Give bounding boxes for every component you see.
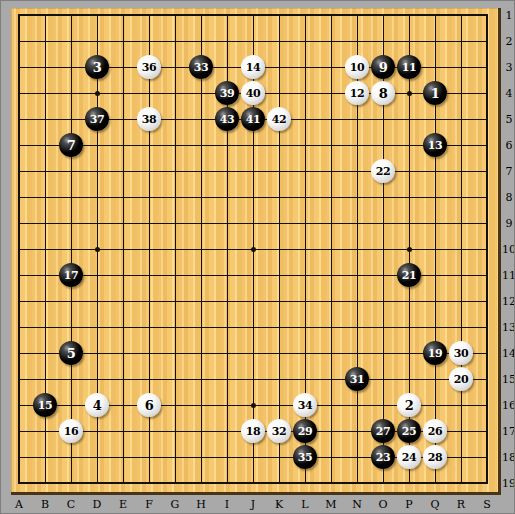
stone-1-black-Q4: 1 bbox=[423, 81, 447, 105]
stone-6-white-F16: 6 bbox=[137, 393, 161, 417]
star-point-J10 bbox=[251, 247, 256, 252]
column-label-N: N bbox=[349, 498, 365, 511]
stone-16-white-C17: 16 bbox=[59, 419, 83, 443]
stone-19-black-Q14: 19 bbox=[423, 341, 447, 365]
row-label-13: 13 bbox=[502, 321, 515, 334]
row-label-5: 5 bbox=[502, 113, 515, 126]
row-label-10: 10 bbox=[502, 243, 515, 256]
stone-27-black-O17: 27 bbox=[371, 419, 395, 443]
row-label-19: 19 bbox=[502, 477, 515, 490]
column-label-O: O bbox=[375, 498, 391, 511]
row-label-12: 12 bbox=[502, 295, 515, 308]
stone-14-white-J3: 14 bbox=[241, 55, 265, 79]
column-label-K: K bbox=[271, 498, 287, 511]
stone-43-black-I5: 43 bbox=[215, 107, 239, 131]
stone-23-black-O18: 23 bbox=[371, 445, 395, 469]
stone-33-black-H3: 33 bbox=[189, 55, 213, 79]
stone-28-white-Q18: 28 bbox=[423, 445, 447, 469]
stone-37-black-D5: 37 bbox=[85, 107, 109, 131]
star-point-D10 bbox=[95, 247, 100, 252]
row-label-6: 6 bbox=[502, 139, 515, 152]
stone-8-white-O4: 8 bbox=[371, 81, 395, 105]
row-label-8: 8 bbox=[502, 191, 515, 204]
column-label-A: A bbox=[11, 498, 27, 511]
star-point-J16 bbox=[251, 403, 256, 408]
column-label-M: M bbox=[323, 498, 339, 511]
stone-39-black-I4: 39 bbox=[215, 81, 239, 105]
grid-line-vertical bbox=[461, 15, 462, 483]
stone-34-white-L16: 34 bbox=[293, 393, 317, 417]
stone-4-white-D16: 4 bbox=[85, 393, 109, 417]
column-label-Q: Q bbox=[427, 498, 443, 511]
stone-20-white-R15: 20 bbox=[449, 367, 473, 391]
stone-42-white-K5: 42 bbox=[267, 107, 291, 131]
stone-24-white-P18: 24 bbox=[397, 445, 421, 469]
column-label-G: G bbox=[167, 498, 183, 511]
stone-12-white-N4: 12 bbox=[345, 81, 369, 105]
stone-9-black-O3: 9 bbox=[371, 55, 395, 79]
stone-30-white-R14: 30 bbox=[449, 341, 473, 365]
grid-line-horizontal bbox=[19, 379, 487, 380]
row-label-18: 18 bbox=[502, 451, 515, 464]
stone-2-white-P16: 2 bbox=[397, 393, 421, 417]
row-label-17: 17 bbox=[502, 425, 515, 438]
row-label-9: 9 bbox=[502, 217, 515, 230]
stone-3-black-D3: 3 bbox=[85, 55, 109, 79]
stone-25-black-P17: 25 bbox=[397, 419, 421, 443]
row-label-16: 16 bbox=[502, 399, 515, 412]
stone-13-black-Q6: 13 bbox=[423, 133, 447, 157]
column-label-J: J bbox=[245, 498, 261, 511]
column-label-P: P bbox=[401, 498, 417, 511]
grid-line-vertical bbox=[331, 15, 332, 483]
grid-line-horizontal bbox=[19, 327, 487, 328]
column-label-C: C bbox=[63, 498, 79, 511]
row-label-1: 1 bbox=[502, 9, 515, 22]
star-point-P10 bbox=[407, 247, 412, 252]
column-label-L: L bbox=[297, 498, 313, 511]
stone-7-black-C6: 7 bbox=[59, 133, 83, 157]
star-point-P4 bbox=[407, 91, 412, 96]
stone-38-white-F5: 38 bbox=[137, 107, 161, 131]
stone-11-black-P3: 11 bbox=[397, 55, 421, 79]
stone-29-black-L17: 29 bbox=[293, 419, 317, 443]
row-label-7: 7 bbox=[502, 165, 515, 178]
grid-line-vertical bbox=[279, 15, 280, 483]
stone-35-black-L18: 35 bbox=[293, 445, 317, 469]
column-label-D: D bbox=[89, 498, 105, 511]
stone-41-black-J5: 41 bbox=[241, 107, 265, 131]
stone-10-white-N3: 10 bbox=[345, 55, 369, 79]
stone-18-white-J17: 18 bbox=[241, 419, 265, 443]
grid-line-horizontal bbox=[19, 353, 487, 354]
row-label-2: 2 bbox=[502, 35, 515, 48]
stone-15-black-B16: 15 bbox=[33, 393, 57, 417]
row-label-14: 14 bbox=[502, 347, 515, 360]
stone-17-black-C11: 17 bbox=[59, 263, 83, 287]
grid-line-horizontal bbox=[19, 301, 487, 302]
stone-22-white-O7: 22 bbox=[371, 159, 395, 183]
stone-26-white-Q17: 26 bbox=[423, 419, 447, 443]
star-point-D4 bbox=[95, 91, 100, 96]
row-label-11: 11 bbox=[502, 269, 515, 282]
stone-32-white-K17: 32 bbox=[267, 419, 291, 443]
column-label-B: B bbox=[37, 498, 53, 511]
column-label-R: R bbox=[453, 498, 469, 511]
column-label-F: F bbox=[141, 498, 157, 511]
column-label-E: E bbox=[115, 498, 131, 511]
row-label-15: 15 bbox=[502, 373, 515, 386]
row-label-4: 4 bbox=[502, 87, 515, 100]
stone-36-white-F3: 36 bbox=[137, 55, 161, 79]
stone-40-white-J4: 40 bbox=[241, 81, 265, 105]
goban-diagram: 1234567891011121314151617181920212223242… bbox=[0, 0, 515, 514]
column-label-I: I bbox=[219, 498, 235, 511]
stone-21-black-P11: 21 bbox=[397, 263, 421, 287]
stone-31-black-N15: 31 bbox=[345, 367, 369, 391]
column-label-H: H bbox=[193, 498, 209, 511]
row-label-3: 3 bbox=[502, 61, 515, 74]
stone-5-black-C14: 5 bbox=[59, 341, 83, 365]
column-label-S: S bbox=[479, 498, 495, 511]
